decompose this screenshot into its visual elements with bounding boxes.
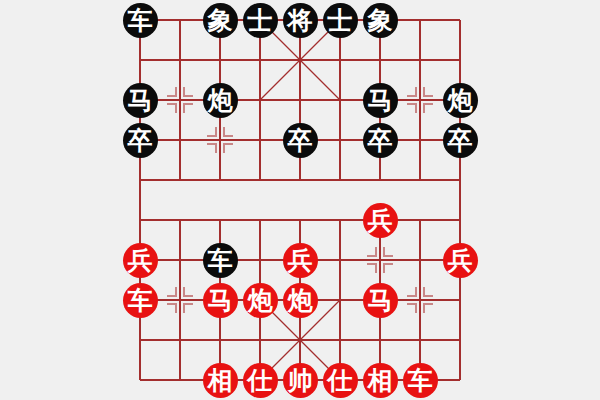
piece-red-soldier[interactable]: 兵 <box>123 243 158 278</box>
piece-black-general[interactable]: 将 <box>283 3 318 38</box>
piece-black-soldier[interactable]: 卒 <box>443 123 478 158</box>
piece-black-cannon[interactable]: 炮 <box>203 83 238 118</box>
piece-black-advisor[interactable]: 士 <box>243 3 278 38</box>
piece-red-general[interactable]: 帅 <box>283 363 318 398</box>
piece-black-horse[interactable]: 马 <box>363 83 398 118</box>
piece-black-elephant[interactable]: 象 <box>363 3 398 38</box>
piece-black-soldier[interactable]: 卒 <box>363 123 398 158</box>
piece-black-chariot[interactable]: 车 <box>203 243 238 278</box>
pieces-layer: 车象士将士象马炮马炮卒卒卒卒车兵兵兵兵车马炮炮马相仕帅仕相车 <box>120 0 480 400</box>
piece-red-horse[interactable]: 马 <box>203 283 238 318</box>
piece-black-horse[interactable]: 马 <box>123 83 158 118</box>
piece-black-elephant[interactable]: 象 <box>203 3 238 38</box>
piece-red-elephant[interactable]: 相 <box>363 363 398 398</box>
piece-black-soldier[interactable]: 卒 <box>283 123 318 158</box>
piece-red-soldier[interactable]: 兵 <box>283 243 318 278</box>
xiangqi-board: 车象士将士象马炮马炮卒卒卒卒车兵兵兵兵车马炮炮马相仕帅仕相车 <box>0 0 600 400</box>
piece-black-chariot[interactable]: 车 <box>123 3 158 38</box>
piece-red-horse[interactable]: 马 <box>363 283 398 318</box>
piece-black-soldier[interactable]: 卒 <box>123 123 158 158</box>
piece-red-soldier[interactable]: 兵 <box>443 243 478 278</box>
piece-red-soldier[interactable]: 兵 <box>363 203 398 238</box>
piece-red-cannon[interactable]: 炮 <box>243 283 278 318</box>
piece-red-elephant[interactable]: 相 <box>203 363 238 398</box>
piece-red-advisor[interactable]: 仕 <box>323 363 358 398</box>
piece-black-cannon[interactable]: 炮 <box>443 83 478 118</box>
piece-red-chariot[interactable]: 车 <box>123 283 158 318</box>
piece-red-chariot[interactable]: 车 <box>403 363 438 398</box>
piece-red-advisor[interactable]: 仕 <box>243 363 278 398</box>
piece-red-cannon[interactable]: 炮 <box>283 283 318 318</box>
piece-black-advisor[interactable]: 士 <box>323 3 358 38</box>
